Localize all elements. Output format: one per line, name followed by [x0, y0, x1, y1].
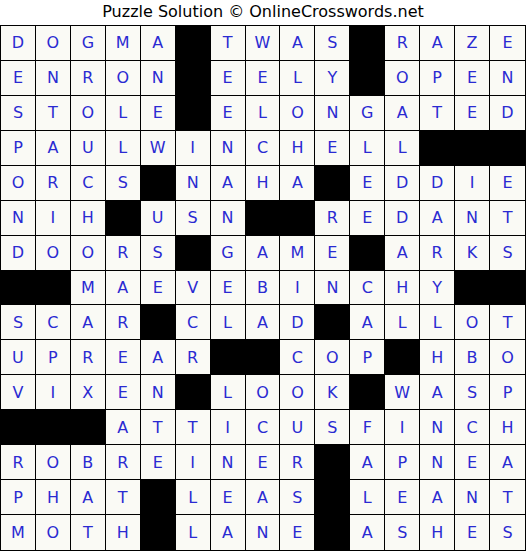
letter-cell: P	[385, 445, 420, 480]
letter-cell: C	[36, 305, 71, 340]
letter-cell: I	[211, 410, 246, 445]
letter-cell: L	[176, 480, 211, 515]
puzzle-solution-page: Puzzle Solution © OnlineCrosswords.net D…	[0, 0, 526, 551]
letter-cell: E	[141, 96, 176, 131]
letter-cell: H	[385, 271, 420, 306]
letter-cell: R	[106, 445, 141, 480]
letter-cell: P	[350, 340, 385, 375]
letter-cell: L	[246, 96, 281, 131]
letter-cell: L	[385, 305, 420, 340]
letter-cell: A	[420, 201, 455, 236]
letter-cell: D	[1, 26, 36, 61]
letter-cell: T	[176, 410, 211, 445]
letter-cell: L	[350, 131, 385, 166]
letter-cell: O	[71, 96, 106, 131]
letter-cell: A	[141, 26, 176, 61]
letter-cell: K	[455, 236, 490, 271]
letter-cell: E	[141, 271, 176, 306]
letter-cell: R	[1, 445, 36, 480]
letter-cell: A	[420, 26, 455, 61]
letter-cell: O	[246, 375, 281, 410]
letter-cell: R	[280, 445, 315, 480]
letter-cell: S	[176, 201, 211, 236]
letter-cell: E	[455, 445, 490, 480]
black-cell	[141, 305, 176, 340]
letter-cell: D	[1, 236, 36, 271]
letter-cell: E	[246, 445, 281, 480]
letter-cell: P	[420, 61, 455, 96]
letter-cell: S	[141, 236, 176, 271]
letter-cell: I	[385, 410, 420, 445]
letter-cell: U	[280, 410, 315, 445]
letter-cell: H	[246, 166, 281, 201]
letter-cell: P	[1, 131, 36, 166]
letter-cell: E	[211, 271, 246, 306]
black-cell	[246, 340, 281, 375]
letter-cell: T	[490, 201, 525, 236]
letter-cell: C	[280, 340, 315, 375]
letter-cell: E	[315, 236, 350, 271]
letter-cell: E	[106, 375, 141, 410]
letter-cell: R	[71, 340, 106, 375]
letter-cell: H	[420, 340, 455, 375]
letter-cell: I	[280, 271, 315, 306]
black-cell	[350, 61, 385, 96]
black-cell	[141, 480, 176, 515]
letter-cell: A	[420, 375, 455, 410]
page-title: Puzzle Solution © OnlineCrosswords.net	[0, 0, 526, 25]
black-cell	[36, 271, 71, 306]
black-cell	[315, 445, 350, 480]
letter-cell: M	[1, 515, 36, 550]
letter-cell: B	[71, 445, 106, 480]
letter-cell: O	[36, 236, 71, 271]
letter-cell: A	[211, 166, 246, 201]
letter-cell: C	[246, 410, 281, 445]
black-cell	[490, 271, 525, 306]
letter-cell: D	[490, 96, 525, 131]
black-cell	[455, 131, 490, 166]
black-cell	[1, 410, 36, 445]
letter-cell: A	[420, 480, 455, 515]
black-cell	[350, 26, 385, 61]
letter-cell: N	[315, 271, 350, 306]
letter-cell: A	[246, 236, 281, 271]
letter-cell: U	[71, 131, 106, 166]
letter-cell: E	[385, 480, 420, 515]
letter-cell: L	[350, 480, 385, 515]
letter-cell: V	[1, 375, 36, 410]
letter-cell: E	[455, 61, 490, 96]
letter-cell: A	[385, 96, 420, 131]
letter-cell: X	[71, 375, 106, 410]
letter-cell: O	[71, 236, 106, 271]
letter-cell: C	[455, 410, 490, 445]
letter-cell: N	[36, 61, 71, 96]
letter-cell: N	[420, 445, 455, 480]
letter-cell: N	[1, 201, 36, 236]
black-cell	[350, 375, 385, 410]
letter-cell: H	[71, 201, 106, 236]
letter-cell: H	[36, 480, 71, 515]
letter-cell: S	[280, 480, 315, 515]
letter-cell: G	[350, 96, 385, 131]
letter-cell: T	[490, 305, 525, 340]
black-cell	[350, 236, 385, 271]
black-cell	[490, 131, 525, 166]
letter-cell: E	[1, 61, 36, 96]
letter-cell: L	[106, 131, 141, 166]
letter-cell: R	[176, 340, 211, 375]
letter-cell: A	[71, 305, 106, 340]
letter-cell: O	[490, 340, 525, 375]
letter-cell: N	[211, 201, 246, 236]
letter-cell: O	[36, 445, 71, 480]
letter-cell: P	[490, 375, 525, 410]
crossword-grid: DOGMATWASRAZEENRONEELYOPENSTOLEELONGATED…	[0, 25, 526, 551]
letter-cell: S	[490, 515, 525, 550]
letter-cell: D	[385, 166, 420, 201]
letter-cell: T	[106, 480, 141, 515]
letter-cell: A	[280, 166, 315, 201]
black-cell	[455, 271, 490, 306]
letter-cell: P	[1, 480, 36, 515]
black-cell	[176, 96, 211, 131]
letter-cell: D	[385, 201, 420, 236]
letter-cell: N	[420, 410, 455, 445]
letter-cell: N	[141, 61, 176, 96]
letter-cell: S	[315, 410, 350, 445]
letter-cell: B	[455, 340, 490, 375]
letter-cell: A	[280, 26, 315, 61]
letter-cell: L	[385, 131, 420, 166]
letter-cell: P	[36, 340, 71, 375]
letter-cell: E	[490, 26, 525, 61]
letter-cell: D	[280, 305, 315, 340]
letter-cell: S	[455, 375, 490, 410]
letter-cell: E	[315, 131, 350, 166]
letter-cell: U	[1, 340, 36, 375]
letter-cell: E	[211, 96, 246, 131]
letter-cell: T	[71, 515, 106, 550]
letter-cell: A	[106, 410, 141, 445]
letter-cell: R	[385, 26, 420, 61]
letter-cell: S	[315, 26, 350, 61]
letter-cell: B	[246, 271, 281, 306]
letter-cell: R	[106, 305, 141, 340]
letter-cell: N	[176, 166, 211, 201]
letter-cell: R	[36, 166, 71, 201]
letter-cell: L	[176, 515, 211, 550]
black-cell	[315, 166, 350, 201]
letter-cell: T	[490, 480, 525, 515]
letter-cell: A	[490, 445, 525, 480]
letter-cell: I	[36, 201, 71, 236]
black-cell	[176, 375, 211, 410]
black-cell	[315, 480, 350, 515]
letter-cell: E	[141, 445, 176, 480]
letter-cell: E	[490, 166, 525, 201]
letter-cell: O	[280, 375, 315, 410]
black-cell	[141, 515, 176, 550]
letter-cell: G	[71, 26, 106, 61]
black-cell	[315, 305, 350, 340]
letter-cell: N	[246, 515, 281, 550]
letter-cell: M	[71, 271, 106, 306]
letter-cell: S	[1, 96, 36, 131]
black-cell	[246, 201, 281, 236]
letter-cell: E	[455, 96, 490, 131]
black-cell	[1, 271, 36, 306]
letter-cell: C	[350, 271, 385, 306]
letter-cell: Y	[420, 271, 455, 306]
letter-cell: D	[420, 166, 455, 201]
letter-cell: N	[455, 480, 490, 515]
black-cell	[315, 515, 350, 550]
letter-cell: T	[211, 26, 246, 61]
letter-cell: O	[1, 166, 36, 201]
letter-cell: R	[420, 236, 455, 271]
letter-cell: I	[455, 166, 490, 201]
letter-cell: L	[280, 61, 315, 96]
black-cell	[71, 410, 106, 445]
letter-cell: I	[36, 375, 71, 410]
letter-cell: A	[106, 271, 141, 306]
letter-cell: I	[176, 445, 211, 480]
letter-cell: C	[176, 305, 211, 340]
letter-cell: M	[106, 26, 141, 61]
letter-cell: O	[455, 305, 490, 340]
letter-cell: E	[211, 61, 246, 96]
black-cell	[385, 340, 420, 375]
black-cell	[176, 236, 211, 271]
black-cell	[176, 61, 211, 96]
black-cell	[106, 201, 141, 236]
letter-cell: A	[246, 305, 281, 340]
letter-cell: U	[141, 201, 176, 236]
letter-cell: N	[211, 445, 246, 480]
letter-cell: G	[211, 236, 246, 271]
letter-cell: R	[71, 61, 106, 96]
letter-cell: H	[106, 515, 141, 550]
letter-cell: V	[176, 271, 211, 306]
letter-cell: N	[490, 61, 525, 96]
letter-cell: T	[420, 96, 455, 131]
letter-cell: E	[350, 201, 385, 236]
letter-cell: I	[176, 131, 211, 166]
letter-cell: L	[211, 375, 246, 410]
letter-cell: O	[280, 96, 315, 131]
letter-cell: L	[211, 305, 246, 340]
letter-cell: T	[141, 410, 176, 445]
letter-cell: S	[1, 305, 36, 340]
black-cell	[36, 410, 71, 445]
letter-cell: A	[350, 515, 385, 550]
letter-cell: N	[141, 375, 176, 410]
letter-cell: O	[315, 340, 350, 375]
letter-cell: H	[280, 131, 315, 166]
letter-cell: E	[350, 166, 385, 201]
letter-cell: K	[315, 375, 350, 410]
letter-cell: W	[141, 131, 176, 166]
letter-cell: W	[385, 375, 420, 410]
letter-cell: H	[420, 515, 455, 550]
letter-cell: Y	[315, 61, 350, 96]
letter-cell: M	[280, 236, 315, 271]
letter-cell: L	[420, 305, 455, 340]
letter-cell: E	[106, 340, 141, 375]
letter-cell: C	[71, 166, 106, 201]
letter-cell: A	[246, 480, 281, 515]
letter-cell: R	[106, 236, 141, 271]
letter-cell: A	[350, 305, 385, 340]
letter-cell: N	[455, 201, 490, 236]
letter-cell: C	[246, 131, 281, 166]
letter-cell: A	[71, 480, 106, 515]
letter-cell: R	[315, 201, 350, 236]
letter-cell: A	[385, 236, 420, 271]
letter-cell: Z	[455, 26, 490, 61]
letter-cell: A	[211, 515, 246, 550]
letter-cell: T	[36, 96, 71, 131]
black-cell	[141, 166, 176, 201]
black-cell	[420, 131, 455, 166]
letter-cell: N	[211, 131, 246, 166]
letter-cell: E	[280, 515, 315, 550]
letter-cell: S	[385, 515, 420, 550]
black-cell	[176, 26, 211, 61]
letter-cell: H	[490, 410, 525, 445]
letter-cell: O	[106, 61, 141, 96]
letter-cell: O	[385, 61, 420, 96]
letter-cell: A	[350, 445, 385, 480]
letter-cell: L	[106, 96, 141, 131]
letter-cell: O	[36, 515, 71, 550]
letter-cell: E	[246, 61, 281, 96]
letter-cell: F	[350, 410, 385, 445]
letter-cell: A	[141, 340, 176, 375]
letter-cell: O	[36, 26, 71, 61]
black-cell	[211, 340, 246, 375]
letter-cell: S	[106, 166, 141, 201]
letter-cell: S	[490, 236, 525, 271]
letter-cell: A	[36, 131, 71, 166]
letter-cell: E	[455, 515, 490, 550]
letter-cell: N	[315, 96, 350, 131]
letter-cell: E	[211, 480, 246, 515]
letter-cell: W	[246, 26, 281, 61]
black-cell	[280, 201, 315, 236]
